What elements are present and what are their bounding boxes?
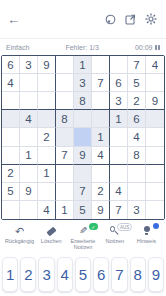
board-cell-r1c8[interactable]: 7 <box>128 56 146 74</box>
board-cell-r2c7[interactable]: 6 <box>110 74 128 92</box>
board-cell-r2c6[interactable]: 7 <box>92 74 110 92</box>
board-cell-r7c7[interactable] <box>110 165 128 183</box>
board-cell-r6c4[interactable]: 7 <box>56 147 74 165</box>
numpad-5[interactable]: 5 <box>75 257 91 292</box>
board-cell-r6c5[interactable]: 9 <box>74 147 92 165</box>
numpad-4[interactable]: 4 <box>57 257 73 292</box>
board-cell-r1c9[interactable]: 4 <box>146 56 164 74</box>
toolbar: ↶ Rückgängig Löschen ✓ ✎ Erweiterte Noti… <box>0 220 166 251</box>
board-cell-r4c8[interactable]: 6 <box>128 110 146 128</box>
board-cell-r9c1[interactable] <box>2 201 20 219</box>
board-cell-r4c9[interactable] <box>146 110 164 128</box>
pencil-icon: ✎ <box>79 226 87 236</box>
board-cell-r4c1[interactable] <box>2 110 20 128</box>
eraser-icon <box>46 226 56 236</box>
back-icon[interactable]: ← <box>7 13 20 26</box>
board-cell-r2c1[interactable]: 4 <box>2 74 20 92</box>
board-cell-r3c8[interactable]: 2 <box>128 92 146 110</box>
board-cell-r9c5[interactable]: 5 <box>74 201 92 219</box>
board-cell-r8c1[interactable]: 5 <box>2 183 20 201</box>
board-cell-r4c6[interactable] <box>92 110 110 128</box>
board-cell-r3c4[interactable] <box>56 92 74 110</box>
numpad-3[interactable]: 3 <box>38 257 54 292</box>
board-cell-r2c3[interactable] <box>38 74 56 92</box>
board-cell-r9c3[interactable]: 4 <box>38 201 56 219</box>
board-cell-r4c2[interactable]: 4 <box>20 110 38 128</box>
board-cell-r5c4[interactable] <box>56 128 74 146</box>
board-cell-r7c9[interactable] <box>146 165 164 183</box>
board-cell-r9c8[interactable]: 3 <box>128 201 146 219</box>
notes-label: Notizen <box>99 238 130 244</box>
board-cell-r6c1[interactable] <box>2 147 20 165</box>
board-cell-r5c7[interactable] <box>110 128 128 146</box>
board-cell-r7c2[interactable] <box>20 165 38 183</box>
board-cell-r9c7[interactable]: 7 <box>110 201 128 219</box>
board-cell-r7c4[interactable] <box>56 165 74 183</box>
board-cell-r5c9[interactable] <box>146 128 164 146</box>
errors-label: Fehler: 1/3 <box>65 44 98 51</box>
numpad-7[interactable]: 7 <box>111 257 127 292</box>
board-cell-r7c5[interactable] <box>74 165 92 183</box>
board-cell-r3c3[interactable] <box>38 92 56 110</box>
board-cell-r7c1[interactable]: 2 <box>2 165 20 183</box>
notes-button[interactable]: AUS Notizen <box>99 225 130 251</box>
board-cell-r8c9[interactable] <box>146 183 164 201</box>
board-cell-r9c4[interactable]: 1 <box>56 201 74 219</box>
board-cell-r4c5[interactable] <box>74 110 92 128</box>
undo-label: Rückgängig <box>4 238 35 244</box>
board-cell-r6c6[interactable]: 4 <box>92 147 110 165</box>
board-cell-r1c2[interactable]: 3 <box>20 56 38 74</box>
board-cell-r3c5[interactable]: 8 <box>74 92 92 110</box>
board-cell-r5c1[interactable] <box>2 128 20 146</box>
board-cell-r6c7[interactable] <box>110 147 128 165</box>
board-cell-r5c5[interactable] <box>74 128 92 146</box>
numpad-8[interactable]: 8 <box>130 257 146 292</box>
board-cell-r2c5[interactable]: 3 <box>74 74 92 92</box>
share-icon[interactable] <box>125 14 136 25</box>
erase-button[interactable]: Löschen <box>36 225 67 251</box>
board-cell-r1c4[interactable] <box>56 56 74 74</box>
board-cell-r6c9[interactable] <box>146 147 164 165</box>
top-bar: ← <box>0 0 166 32</box>
board-cell-r5c2[interactable] <box>20 128 38 146</box>
number-pad: 1 2 3 4 5 6 7 8 9 <box>0 257 166 292</box>
board-cell-r6c3[interactable] <box>38 147 56 165</box>
numpad-6[interactable]: 6 <box>93 257 109 292</box>
hint-count-badge <box>153 223 159 229</box>
advanced-notes-button[interactable]: ✓ ✎ Erweiterte Notizen <box>68 225 99 251</box>
numpad-1[interactable]: 1 <box>2 257 18 292</box>
pause-icon[interactable] <box>155 45 160 50</box>
game-status-bar: Einfach Fehler: 1/3 00:09 <box>0 38 166 53</box>
advanced-notes-on-badge: ✓ <box>89 223 97 230</box>
board-cell-r5c3[interactable]: 2 <box>38 128 56 146</box>
board-cell-r6c2[interactable]: 1 <box>20 147 38 165</box>
board-cell-r3c7[interactable]: 3 <box>110 92 128 110</box>
board-cell-r6c8[interactable]: 8 <box>128 147 146 165</box>
magnifier-pencil-icon <box>110 226 120 236</box>
board-cell-r7c6[interactable] <box>92 165 110 183</box>
erase-label: Löschen <box>36 238 67 244</box>
hint-button[interactable]: Hinweis <box>131 225 162 251</box>
board-cell-r1c7[interactable] <box>110 56 128 74</box>
board-cell-r4c3[interactable] <box>38 110 56 128</box>
board-cell-r8c8[interactable] <box>128 183 146 201</box>
board-cell-r4c7[interactable]: 1 <box>110 110 128 128</box>
board-cell-r1c5[interactable]: 1 <box>74 56 92 74</box>
board-cell-r3c1[interactable] <box>2 92 20 110</box>
advanced-notes-label: Erweiterte Notizen <box>68 238 99 251</box>
board-cell-r5c8[interactable]: 4 <box>128 128 146 146</box>
undo-button[interactable]: ↶ Rückgängig <box>4 225 35 251</box>
board-cell-r2c2[interactable] <box>20 74 38 92</box>
board-cell-r7c8[interactable] <box>128 165 146 183</box>
hint-label: Hinweis <box>131 238 162 244</box>
board-cell-r8c5[interactable]: 7 <box>74 183 92 201</box>
board-cell-r7c3[interactable]: 1 <box>38 165 56 183</box>
settings-gear-icon[interactable] <box>145 13 157 25</box>
board-cell-r9c9[interactable] <box>146 201 164 219</box>
board-cell-r2c9[interactable] <box>146 74 164 92</box>
board-cell-r1c3[interactable]: 9 <box>38 56 56 74</box>
board-cell-r3c6[interactable] <box>92 92 110 110</box>
sudoku-board: 6391744376583294816214179482159724415973 <box>1 55 165 220</box>
board-cell-r8c7[interactable]: 4 <box>110 183 128 201</box>
board-cell-r1c1[interactable]: 6 <box>2 56 20 74</box>
board-cell-r3c9[interactable]: 9 <box>146 92 164 110</box>
board-cell-r5c6[interactable]: 1 <box>92 128 110 146</box>
board-cell-r1c6[interactable] <box>92 56 110 74</box>
board-cell-r3c2[interactable] <box>20 92 38 110</box>
numpad-2[interactable]: 2 <box>20 257 36 292</box>
board-cell-r2c4[interactable] <box>56 74 74 92</box>
board-cell-r2c8[interactable]: 5 <box>128 74 146 92</box>
board-cell-r9c6[interactable]: 9 <box>92 201 110 219</box>
board-cell-r4c4[interactable]: 8 <box>56 110 74 128</box>
board-cell-r8c2[interactable]: 9 <box>20 183 38 201</box>
palette-icon[interactable] <box>105 14 116 25</box>
numpad-9[interactable]: 9 <box>148 257 164 292</box>
timer: 00:09 <box>135 44 153 51</box>
board-cell-r8c4[interactable] <box>56 183 74 201</box>
difficulty-label: Einfach <box>6 44 29 51</box>
board-cell-r8c6[interactable]: 2 <box>92 183 110 201</box>
board-cell-r8c3[interactable] <box>38 183 56 201</box>
board-cell-r9c2[interactable] <box>20 201 38 219</box>
undo-icon: ↶ <box>15 226 24 237</box>
lightbulb-icon <box>143 226 151 236</box>
